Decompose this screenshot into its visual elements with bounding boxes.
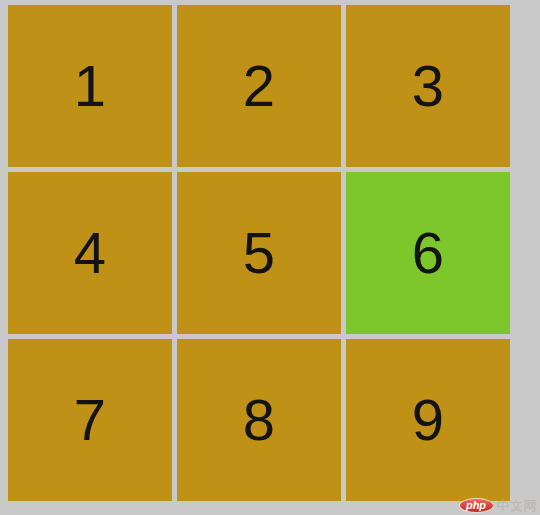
grid-cell-1[interactable]: 1: [8, 5, 172, 167]
cell-number: 2: [243, 57, 275, 115]
grid-cell-8[interactable]: 8: [177, 339, 341, 501]
php-logo-text: php: [466, 500, 486, 511]
grid-cell-5[interactable]: 5: [177, 172, 341, 334]
cell-number: 6: [412, 224, 444, 282]
grid-cell-4[interactable]: 4: [8, 172, 172, 334]
tile-grid: 1 2 3 4 5 6 7 8 9: [8, 5, 510, 501]
cell-number: 1: [74, 57, 106, 115]
grid-cell-9[interactable]: 9: [346, 339, 510, 501]
cell-number: 3: [412, 57, 444, 115]
cell-number: 7: [74, 391, 106, 449]
grid-cell-7[interactable]: 7: [8, 339, 172, 501]
grid-cell-2[interactable]: 2: [177, 5, 341, 167]
cell-number: 5: [243, 224, 275, 282]
cell-number: 8: [243, 391, 275, 449]
grid-cell-3[interactable]: 3: [346, 5, 510, 167]
grid-cell-6-highlighted[interactable]: 6: [346, 172, 510, 334]
cell-number: 9: [412, 391, 444, 449]
page: 1 2 3 4 5 6 7 8 9 php 中文网: [0, 0, 540, 515]
cell-number: 4: [74, 224, 106, 282]
